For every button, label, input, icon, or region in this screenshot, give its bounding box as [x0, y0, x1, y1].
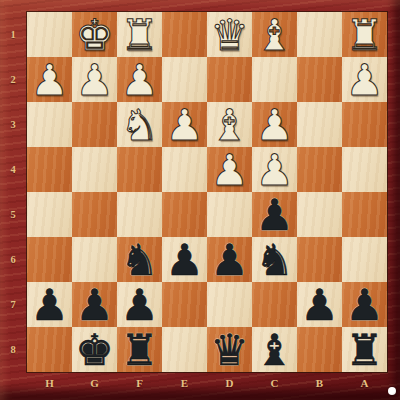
- rank-label-5: 5: [0, 192, 26, 237]
- black-knight-c6: ♞: [255, 239, 294, 282]
- rank-label-6: 6: [0, 237, 26, 282]
- black-rook-a8: ♜: [345, 329, 384, 372]
- square-a4[interactable]: [342, 147, 387, 192]
- black-pawn-c5: ♟: [255, 194, 294, 237]
- square-f1[interactable]: ♜: [117, 12, 162, 57]
- square-h6[interactable]: [27, 237, 72, 282]
- square-e6[interactable]: ♟: [162, 237, 207, 282]
- chess-board: ♚♜♛♝♜♟♟♟♟♞♟♝♟♟♟♟♞♟♟♞♟♟♟♟♟♚♜♛♝♜: [27, 12, 387, 372]
- square-c6[interactable]: ♞: [252, 237, 297, 282]
- file-label-c: C: [252, 373, 297, 392]
- square-g3[interactable]: [72, 102, 117, 147]
- square-h5[interactable]: [27, 192, 72, 237]
- rank-label-2: 2: [0, 57, 26, 102]
- black-rook-f8: ♜: [120, 329, 159, 372]
- square-c2[interactable]: [252, 57, 297, 102]
- white-pawn-a2: ♟: [345, 59, 384, 102]
- square-c8[interactable]: ♝: [252, 327, 297, 372]
- black-pawn-b7: ♟: [300, 284, 339, 327]
- square-e2[interactable]: [162, 57, 207, 102]
- square-f6[interactable]: ♞: [117, 237, 162, 282]
- square-e5[interactable]: [162, 192, 207, 237]
- square-a1[interactable]: ♜: [342, 12, 387, 57]
- square-b7[interactable]: ♟: [297, 282, 342, 327]
- chess-diagram: ♚♜♛♝♜♟♟♟♟♞♟♝♟♟♟♟♞♟♟♞♟♟♟♟♟♚♜♛♝♜ 12345678 …: [0, 0, 400, 400]
- square-h7[interactable]: ♟: [27, 282, 72, 327]
- square-g7[interactable]: ♟: [72, 282, 117, 327]
- square-g2[interactable]: ♟: [72, 57, 117, 102]
- white-rook-f1: ♜: [120, 14, 159, 57]
- black-pawn-f7: ♟: [120, 284, 159, 327]
- black-bishop-c8: ♝: [255, 329, 294, 372]
- square-a6[interactable]: [342, 237, 387, 282]
- square-e1[interactable]: [162, 12, 207, 57]
- square-a8[interactable]: ♜: [342, 327, 387, 372]
- square-a7[interactable]: ♟: [342, 282, 387, 327]
- white-king-g1: ♚: [75, 14, 114, 57]
- square-g5[interactable]: [72, 192, 117, 237]
- file-label-g: G: [72, 373, 117, 392]
- square-f4[interactable]: [117, 147, 162, 192]
- square-g1[interactable]: ♚: [72, 12, 117, 57]
- square-h3[interactable]: [27, 102, 72, 147]
- square-c4[interactable]: ♟: [252, 147, 297, 192]
- square-d8[interactable]: ♛: [207, 327, 252, 372]
- square-c3[interactable]: ♟: [252, 102, 297, 147]
- rank-label-7: 7: [0, 282, 26, 327]
- black-pawn-d6: ♟: [210, 239, 249, 282]
- white-pawn-c4: ♟: [255, 149, 294, 192]
- file-label-b: B: [297, 373, 342, 392]
- square-e3[interactable]: ♟: [162, 102, 207, 147]
- square-a2[interactable]: ♟: [342, 57, 387, 102]
- square-e4[interactable]: [162, 147, 207, 192]
- file-label-d: D: [207, 373, 252, 392]
- black-pawn-h7: ♟: [30, 284, 69, 327]
- square-f8[interactable]: ♜: [117, 327, 162, 372]
- square-d3[interactable]: ♝: [207, 102, 252, 147]
- square-e8[interactable]: [162, 327, 207, 372]
- square-g4[interactable]: [72, 147, 117, 192]
- square-b2[interactable]: [297, 57, 342, 102]
- white-pawn-g2: ♟: [75, 59, 114, 102]
- square-h8[interactable]: [27, 327, 72, 372]
- square-d4[interactable]: ♟: [207, 147, 252, 192]
- file-label-h: H: [27, 373, 72, 392]
- square-h1[interactable]: [27, 12, 72, 57]
- square-b1[interactable]: [297, 12, 342, 57]
- square-d6[interactable]: ♟: [207, 237, 252, 282]
- black-queen-d8: ♛: [210, 329, 249, 372]
- rank-label-8: 8: [0, 327, 26, 372]
- white-pawn-e3: ♟: [165, 104, 204, 147]
- square-c5[interactable]: ♟: [252, 192, 297, 237]
- rank-label-1: 1: [0, 12, 26, 57]
- square-g8[interactable]: ♚: [72, 327, 117, 372]
- file-label-a: A: [342, 373, 387, 392]
- black-pawn-e6: ♟: [165, 239, 204, 282]
- square-g6[interactable]: [72, 237, 117, 282]
- square-c7[interactable]: [252, 282, 297, 327]
- square-f3[interactable]: ♞: [117, 102, 162, 147]
- file-label-f: F: [117, 373, 162, 392]
- square-f5[interactable]: [117, 192, 162, 237]
- square-c1[interactable]: ♝: [252, 12, 297, 57]
- square-e7[interactable]: [162, 282, 207, 327]
- white-knight-f3: ♞: [120, 104, 159, 147]
- square-f7[interactable]: ♟: [117, 282, 162, 327]
- rank-label-3: 3: [0, 102, 26, 147]
- square-a3[interactable]: [342, 102, 387, 147]
- white-pawn-c3: ♟: [255, 104, 294, 147]
- white-to-move-indicator: [388, 387, 396, 395]
- white-rook-a1: ♜: [345, 14, 384, 57]
- square-d5[interactable]: [207, 192, 252, 237]
- square-d7[interactable]: [207, 282, 252, 327]
- rank-label-4: 4: [0, 147, 26, 192]
- square-d2[interactable]: [207, 57, 252, 102]
- square-b5[interactable]: [297, 192, 342, 237]
- square-b4[interactable]: [297, 147, 342, 192]
- white-pawn-d4: ♟: [210, 149, 249, 192]
- square-b8[interactable]: [297, 327, 342, 372]
- square-b6[interactable]: [297, 237, 342, 282]
- white-bishop-d3: ♝: [210, 104, 249, 147]
- black-pawn-g7: ♟: [75, 284, 114, 327]
- black-knight-f6: ♞: [120, 239, 159, 282]
- black-pawn-a7: ♟: [345, 284, 384, 327]
- square-h4[interactable]: [27, 147, 72, 192]
- white-queen-d1: ♛: [210, 14, 249, 57]
- square-a5[interactable]: [342, 192, 387, 237]
- square-d1[interactable]: ♛: [207, 12, 252, 57]
- white-pawn-f2: ♟: [120, 59, 159, 102]
- white-pawn-h2: ♟: [30, 59, 69, 102]
- square-b3[interactable]: [297, 102, 342, 147]
- black-king-g8: ♚: [75, 329, 114, 372]
- square-f2[interactable]: ♟: [117, 57, 162, 102]
- square-h2[interactable]: ♟: [27, 57, 72, 102]
- file-label-e: E: [162, 373, 207, 392]
- white-bishop-c1: ♝: [255, 14, 294, 57]
